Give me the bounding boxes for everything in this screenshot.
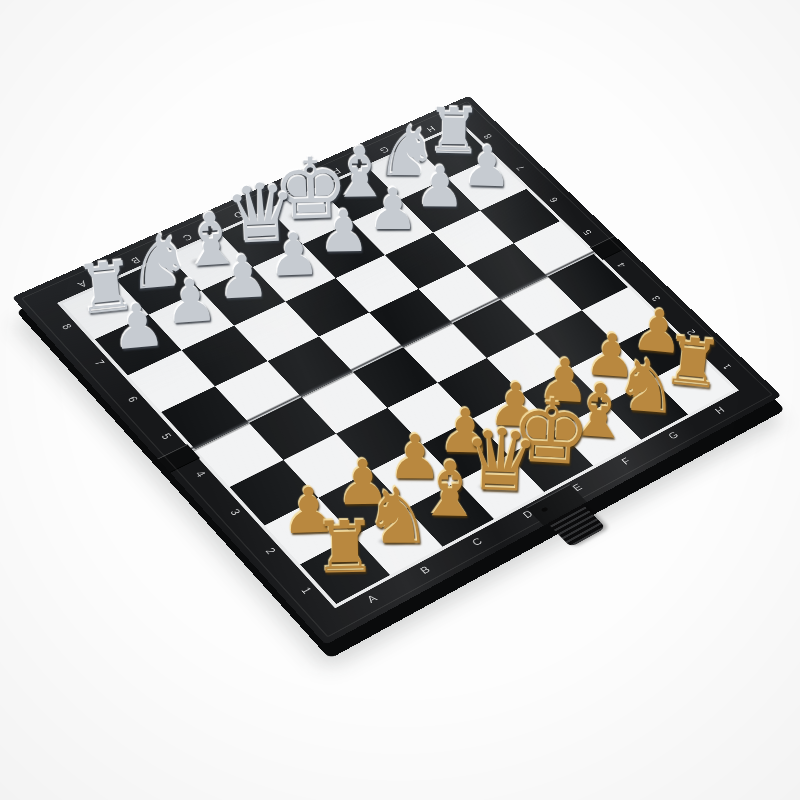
file-label-h-far: H xyxy=(424,124,436,133)
rank-label-3-right: 3 xyxy=(650,295,662,303)
rank-label-7-left: 7 xyxy=(91,359,105,368)
file-label-a-near: A xyxy=(365,593,379,604)
rank-label-3-left: 3 xyxy=(227,508,241,517)
file-label-b-near: B xyxy=(419,565,432,576)
file-label-g-near: G xyxy=(667,430,681,440)
rank-label-1-right: 1 xyxy=(721,362,733,370)
rank-label-8-right: 8 xyxy=(482,133,494,140)
rank-label-7-right: 7 xyxy=(515,164,527,171)
squares-grid xyxy=(57,122,739,608)
file-label-g-far: G xyxy=(377,145,390,154)
rank-label-2-right: 2 xyxy=(685,328,697,336)
rank-label-5-left: 5 xyxy=(158,432,172,441)
rank-label-6-right: 6 xyxy=(548,196,560,203)
photo-stage: AABBCCDDEEFFGGHH8877665544332211 ♜♞♝♛♚♝♞… xyxy=(0,0,800,800)
rank-label-4-left: 4 xyxy=(192,470,206,479)
file-label-f-near: F xyxy=(620,456,632,466)
rank-label-5-right: 5 xyxy=(582,228,594,236)
file-label-e-far: E xyxy=(281,187,293,196)
file-label-c-far: C xyxy=(180,232,193,241)
rank-label-8-left: 8 xyxy=(59,323,73,331)
rank-label-6-left: 6 xyxy=(125,395,139,404)
file-label-a-far: A xyxy=(75,278,88,288)
chess-board: AABBCCDDEEFFGGHH8877665544332211 xyxy=(12,96,782,645)
rank-label-1-left: 1 xyxy=(298,586,312,596)
rank-label-4-right: 4 xyxy=(616,261,628,269)
rank-label-2-left: 2 xyxy=(262,547,276,556)
file-label-d-far: D xyxy=(231,209,244,218)
file-label-h-near: H xyxy=(713,405,726,415)
file-label-b-far: B xyxy=(128,255,141,264)
file-label-c-near: C xyxy=(470,536,484,547)
file-label-f-far: F xyxy=(330,166,342,175)
